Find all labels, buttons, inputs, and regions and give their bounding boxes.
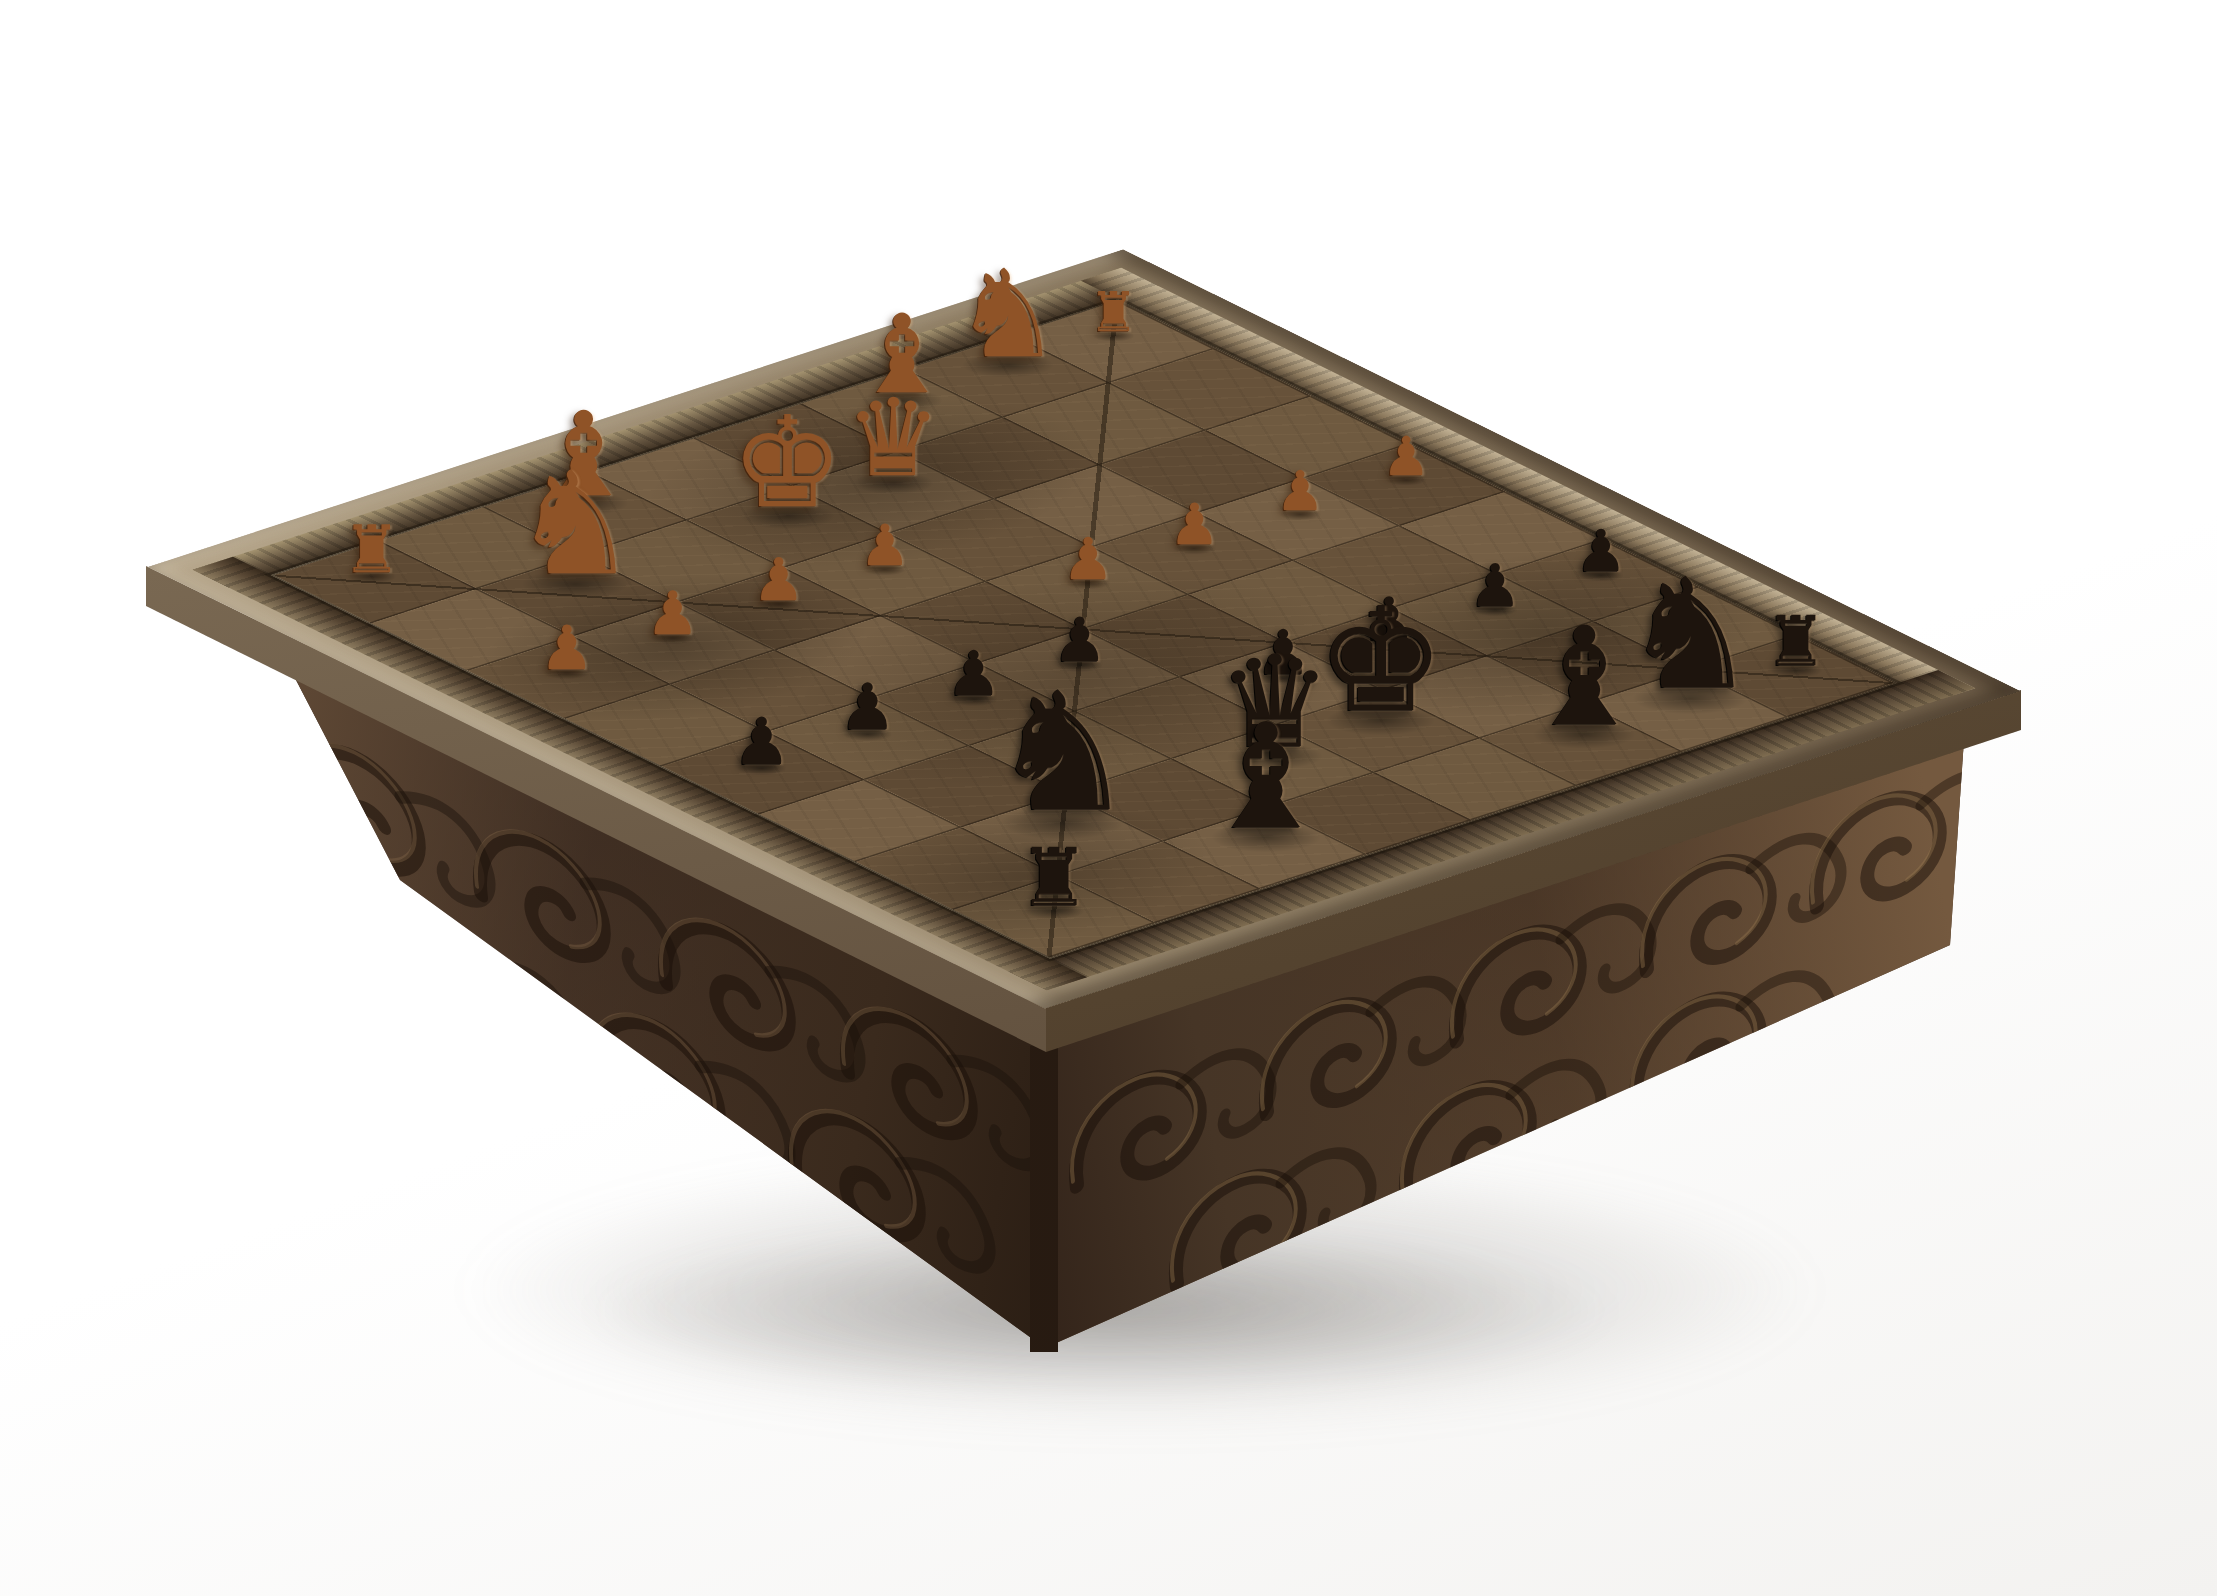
piece-dark-elephant[interactable]: ♝ — [1523, 609, 1645, 745]
pawn-glyph: ♟ — [1062, 530, 1114, 588]
piece-dark-pawn[interactable]: ♟ — [1575, 522, 1627, 580]
floor-shadow-core — [360, 1190, 1840, 1430]
pawn-glyph: ♟ — [1575, 522, 1627, 580]
piece-light-chariot[interactable]: ♜ — [1089, 285, 1138, 340]
chariot-glyph: ♜ — [1089, 285, 1138, 340]
horse-glyph: ♞ — [954, 254, 1062, 375]
pawn-glyph: ♟ — [752, 550, 805, 609]
piece-light-pawn[interactable]: ♟ — [1169, 496, 1220, 553]
piece-light-horse[interactable]: ♞ — [954, 254, 1062, 375]
floor-shadow-soft — [250, 1110, 2030, 1470]
piece-dark-horse[interactable]: ♞ — [989, 671, 1136, 835]
pawn-glyph: ♟ — [1469, 556, 1522, 615]
king-glyph: ♚ — [1316, 588, 1445, 732]
pawn-glyph: ♟ — [839, 675, 896, 739]
general-glyph: ♛ — [845, 385, 941, 492]
piece-light-chariot[interactable]: ♜ — [343, 517, 401, 582]
piece-light-pawn[interactable]: ♟ — [539, 617, 594, 678]
king-glyph: ♚ — [731, 400, 844, 526]
piece-light-pawn[interactable]: ♟ — [859, 517, 910, 574]
piece-light-horse[interactable]: ♞ — [512, 453, 639, 595]
piece-dark-pawn[interactable]: ♟ — [733, 709, 791, 774]
horse-glyph: ♞ — [989, 671, 1136, 835]
pawn-glyph: ♟ — [1382, 430, 1430, 484]
piece-dark-king[interactable]: ♚ — [1316, 588, 1445, 732]
pawn-glyph: ♟ — [1169, 496, 1220, 553]
piece-light-pawn[interactable]: ♟ — [646, 583, 700, 643]
piece-light-king[interactable]: ♚ — [731, 400, 844, 526]
piece-dark-elephant[interactable]: ♝ — [1201, 704, 1331, 849]
pawn-glyph: ♟ — [539, 617, 594, 678]
chariot-glyph: ♜ — [343, 517, 401, 582]
piece-dark-pawn[interactable]: ♟ — [839, 675, 896, 739]
piece-light-pawn[interactable]: ♟ — [1062, 530, 1114, 588]
pawn-glyph: ♟ — [733, 709, 791, 774]
caption: Antique carved-wood Southeast Asian ches… — [0, 0, 1, 1]
piece-light-pawn[interactable]: ♟ — [1382, 430, 1430, 484]
chariot-glyph: ♜ — [1765, 607, 1827, 676]
pawn-glyph: ♟ — [859, 517, 910, 574]
piece-dark-pawn[interactable]: ♟ — [1469, 556, 1522, 615]
pieces-layer: ♜♞♝♟♛♝♟♚♟♟♟♜♟♞♟♟♟♟♟♜♟♟♟♞♚♟♝♛♟♞♝♜ — [0, 0, 2217, 1596]
chariot-glyph: ♜ — [1018, 838, 1090, 918]
elephant-glyph: ♝ — [1523, 609, 1645, 745]
pawn-glyph: ♟ — [646, 583, 700, 643]
piece-light-pawn[interactable]: ♟ — [752, 550, 805, 609]
piece-dark-chariot[interactable]: ♜ — [1018, 838, 1090, 918]
piece-dark-chariot[interactable]: ♜ — [1765, 607, 1827, 676]
piece-light-pawn[interactable]: ♟ — [1276, 464, 1325, 519]
elephant-glyph: ♝ — [1201, 704, 1331, 849]
pawn-glyph: ♟ — [1276, 464, 1325, 519]
piece-light-general[interactable]: ♛ — [845, 385, 941, 492]
horse-glyph: ♞ — [512, 453, 639, 595]
stage: Antique carved-wood Southeast Asian ches… — [0, 0, 2217, 1596]
